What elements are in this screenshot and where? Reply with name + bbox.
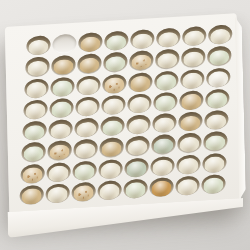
egg — [183, 51, 204, 68]
tray-hole — [49, 98, 74, 119]
egg — [154, 117, 175, 134]
tray-hole — [128, 72, 153, 93]
tray-hole — [153, 91, 178, 112]
tray-hole — [180, 69, 205, 90]
tray-hole — [45, 183, 70, 204]
tray-hole — [20, 163, 45, 184]
egg — [77, 100, 98, 117]
tray-hole — [100, 116, 125, 137]
egg — [152, 159, 173, 176]
egg — [158, 31, 179, 48]
egg — [156, 74, 177, 91]
egg — [126, 161, 147, 178]
egg-hole-grid — [19, 24, 232, 205]
egg — [51, 101, 72, 118]
egg — [49, 144, 70, 161]
tray-hole — [19, 185, 44, 206]
tray-hole — [78, 32, 103, 53]
tray-hole — [206, 67, 231, 88]
tray-hole — [50, 76, 75, 97]
egg — [28, 39, 49, 56]
egg — [103, 98, 124, 115]
tray-hole — [123, 178, 148, 199]
tray-hole — [23, 99, 48, 120]
egg — [52, 80, 73, 97]
foam-egg-tray — [5, 13, 241, 217]
tray-hole — [71, 181, 96, 202]
egg — [180, 115, 201, 132]
tray-hole — [126, 114, 151, 135]
egg — [23, 146, 44, 163]
egg — [106, 34, 127, 51]
egg — [27, 60, 48, 77]
egg — [157, 53, 178, 70]
egg — [99, 184, 120, 201]
egg — [79, 57, 100, 74]
tray-right-edge — [235, 16, 246, 201]
egg — [75, 143, 96, 160]
egg — [22, 167, 43, 184]
egg — [125, 182, 146, 199]
tray-front-face — [7, 198, 243, 238]
egg — [26, 82, 47, 99]
egg — [76, 121, 97, 138]
tray-hole — [149, 177, 174, 198]
tray-hole — [74, 117, 99, 138]
tray-hole — [73, 139, 98, 160]
egg — [153, 138, 174, 155]
tray-hole — [102, 73, 127, 94]
tray-hole — [98, 159, 123, 180]
tray-hole — [207, 46, 232, 67]
egg — [50, 123, 71, 140]
studio-background — [0, 0, 250, 250]
egg — [207, 92, 228, 109]
egg — [205, 135, 226, 152]
tray-hole — [182, 26, 207, 47]
tray-hole — [203, 131, 228, 152]
egg — [184, 30, 205, 47]
tray-hole — [178, 111, 203, 132]
egg — [130, 75, 151, 92]
egg — [178, 158, 199, 175]
egg — [204, 156, 225, 173]
tray-hole — [176, 154, 201, 175]
egg — [131, 54, 152, 71]
egg — [210, 28, 231, 45]
tray-hole — [205, 88, 230, 109]
egg — [102, 120, 123, 137]
tray-hole — [155, 49, 180, 70]
egg — [53, 59, 74, 76]
tray-hole — [103, 52, 128, 73]
tray-hole — [150, 155, 175, 176]
tray-hole — [46, 162, 71, 183]
tray-hole — [130, 29, 155, 50]
tray-hole — [127, 93, 152, 114]
tray-hole — [75, 96, 100, 117]
tray-hole — [151, 134, 176, 155]
egg — [48, 165, 69, 182]
egg — [182, 72, 203, 89]
egg — [101, 141, 122, 158]
egg — [105, 56, 126, 73]
tray-hole — [104, 31, 129, 52]
tray-hole — [202, 152, 227, 173]
tray-hole — [25, 57, 50, 78]
egg — [104, 77, 125, 94]
tray-hole — [177, 133, 202, 154]
egg — [80, 36, 101, 53]
tray-hole — [156, 27, 181, 48]
egg — [127, 139, 148, 156]
egg — [78, 79, 99, 96]
tray-hole — [154, 70, 179, 91]
empty-tray-hole — [52, 34, 77, 55]
tray-hole — [101, 95, 126, 116]
tray-hole — [48, 119, 73, 140]
egg — [179, 136, 200, 153]
egg — [25, 103, 46, 120]
egg — [129, 97, 150, 114]
tray-hole — [26, 35, 51, 56]
tray-hole — [77, 53, 102, 74]
tray-hole — [201, 174, 226, 195]
egg — [73, 185, 94, 202]
egg — [151, 181, 172, 198]
tray-hole — [72, 160, 97, 181]
egg — [74, 164, 95, 181]
tray-hole — [51, 55, 76, 76]
tray-hole — [175, 175, 200, 196]
tray-hole — [179, 90, 204, 111]
egg — [206, 114, 227, 131]
tray-hole — [125, 136, 150, 157]
egg — [208, 71, 229, 88]
egg — [203, 178, 224, 195]
tray-hole — [99, 137, 124, 158]
tray-hole — [21, 142, 46, 163]
tray-hole — [129, 50, 154, 71]
egg — [132, 33, 153, 50]
tray-hole — [97, 180, 122, 201]
egg — [209, 50, 230, 67]
tray-hole — [181, 47, 206, 68]
egg — [177, 179, 198, 196]
egg — [24, 124, 45, 141]
tray-hole — [204, 110, 229, 131]
egg — [128, 118, 149, 135]
tray-hole — [76, 75, 101, 96]
tray-hole — [208, 24, 233, 45]
tray-hole — [152, 113, 177, 134]
tray-hole — [47, 140, 72, 161]
egg — [155, 95, 176, 112]
tray-hole — [22, 121, 47, 142]
egg — [100, 162, 121, 179]
egg — [21, 188, 42, 205]
egg — [47, 187, 68, 204]
egg — [181, 94, 202, 111]
tray-hole — [124, 157, 149, 178]
tray-hole — [24, 78, 49, 99]
